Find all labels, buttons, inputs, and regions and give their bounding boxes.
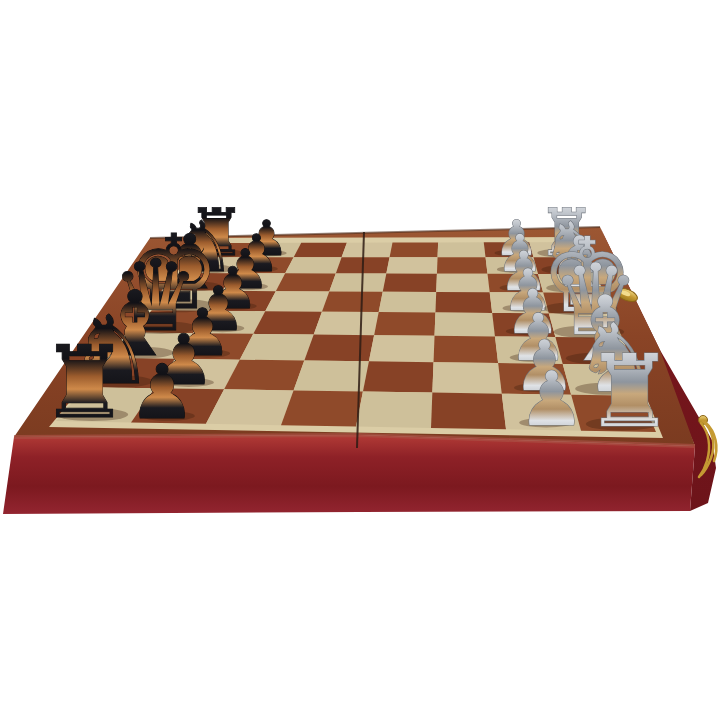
square-a5 <box>281 390 363 426</box>
square-h6 <box>294 243 347 258</box>
square-f6 <box>276 273 336 291</box>
square-h3 <box>438 242 486 257</box>
square-g4 <box>386 257 437 273</box>
square-d6 <box>253 311 322 334</box>
square-e6 <box>265 291 329 312</box>
square-e4 <box>379 292 437 313</box>
square-b3 <box>432 362 501 393</box>
chess-set-photo: ♜♟♟♜♞♟♟♞♝♟♟♝♚♟♟♚♛♟♟♛♝♟♟♝♞♟♟♞♜♟♟♜ <box>0 0 720 720</box>
square-a3 <box>431 393 506 430</box>
piece-black-rook-a8: ♜ <box>40 324 130 441</box>
square-e3 <box>435 292 492 313</box>
square-d5 <box>314 312 379 335</box>
square-h4 <box>390 242 439 257</box>
square-c3 <box>434 336 499 363</box>
square-a4 <box>356 392 432 428</box>
square-f5 <box>329 273 386 291</box>
square-g6 <box>285 257 341 273</box>
square-b5 <box>294 361 369 392</box>
square-e5 <box>322 291 383 312</box>
square-b4 <box>363 361 434 392</box>
square-c5 <box>304 335 374 362</box>
square-c4 <box>369 335 435 362</box>
square-f4 <box>383 274 437 292</box>
square-g3 <box>437 257 488 274</box>
square-h5 <box>342 243 393 258</box>
square-d4 <box>374 312 435 336</box>
piece-white-pawn-a2: ♟ <box>518 355 585 443</box>
square-f3 <box>436 274 489 293</box>
product-photo: ♜♟♟♜♞♟♟♞♝♟♟♝♚♟♟♚♛♟♟♛♝♟♟♝♞♟♟♞♜♟♟♜ <box>0 0 720 720</box>
piece-white-rook-a1: ♜ <box>585 333 675 450</box>
piece-black-pawn-a7: ♟ <box>129 348 196 436</box>
square-d3 <box>435 313 495 337</box>
